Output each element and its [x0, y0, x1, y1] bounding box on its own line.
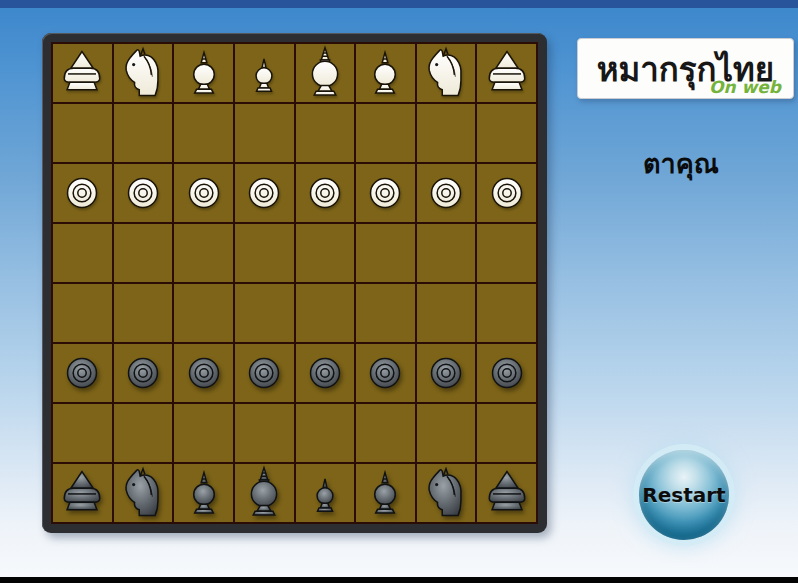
square-r2c5[interactable] [296, 104, 355, 162]
square-r8c6[interactable] [356, 464, 415, 522]
square-r1c2[interactable] [114, 44, 173, 102]
square-r3c2[interactable] [114, 164, 173, 222]
white-bia-piece [297, 165, 353, 221]
white-khon-piece [357, 45, 413, 101]
restart-button[interactable]: Restart [639, 450, 729, 540]
square-r8c3[interactable] [174, 464, 233, 522]
square-r1c1[interactable] [53, 44, 112, 102]
square-r2c6[interactable] [356, 104, 415, 162]
black-bia-piece [236, 345, 292, 401]
square-r8c2[interactable] [114, 464, 173, 522]
logo-subtitle: On web [709, 77, 781, 97]
black-khun-piece [236, 465, 292, 521]
square-r3c5[interactable] [296, 164, 355, 222]
square-r4c2[interactable] [114, 224, 173, 282]
white-bia-piece [479, 165, 535, 221]
square-r8c4[interactable] [235, 464, 294, 522]
square-r5c8[interactable] [477, 284, 536, 342]
square-r2c1[interactable] [53, 104, 112, 162]
white-knight-piece [418, 45, 474, 101]
square-r5c6[interactable] [356, 284, 415, 342]
square-r6c7[interactable] [417, 344, 476, 402]
square-r7c2[interactable] [114, 404, 173, 462]
square-r7c4[interactable] [235, 404, 294, 462]
square-r3c8[interactable] [477, 164, 536, 222]
white-met-piece [236, 45, 292, 101]
square-r1c7[interactable] [417, 44, 476, 102]
black-knight-piece [115, 465, 171, 521]
square-r4c3[interactable] [174, 224, 233, 282]
white-khon-piece [176, 45, 232, 101]
top-bar [0, 0, 798, 8]
white-khun-piece [297, 45, 353, 101]
square-r2c8[interactable] [477, 104, 536, 162]
square-r5c3[interactable] [174, 284, 233, 342]
square-r4c7[interactable] [417, 224, 476, 282]
square-r8c5[interactable] [296, 464, 355, 522]
square-r4c5[interactable] [296, 224, 355, 282]
white-bia-piece [418, 165, 474, 221]
white-boat-piece [479, 45, 535, 101]
square-r3c3[interactable] [174, 164, 233, 222]
bottom-bar [0, 577, 798, 583]
white-bia-piece [54, 165, 110, 221]
white-bia-piece [115, 165, 171, 221]
board-grid [51, 42, 538, 524]
square-r1c3[interactable] [174, 44, 233, 102]
restart-button-label: Restart [642, 483, 725, 507]
square-r5c4[interactable] [235, 284, 294, 342]
square-r4c6[interactable] [356, 224, 415, 282]
black-bia-piece [176, 345, 232, 401]
square-r5c5[interactable] [296, 284, 355, 342]
logo-box: หมากรุกไทย On web [577, 38, 794, 99]
square-r4c8[interactable] [477, 224, 536, 282]
square-r5c2[interactable] [114, 284, 173, 342]
square-r6c6[interactable] [356, 344, 415, 402]
white-bia-piece [236, 165, 292, 221]
square-r6c4[interactable] [235, 344, 294, 402]
black-boat-piece [479, 465, 535, 521]
black-knight-piece [418, 465, 474, 521]
white-bia-piece [357, 165, 413, 221]
square-r8c7[interactable] [417, 464, 476, 522]
square-r3c7[interactable] [417, 164, 476, 222]
square-r7c6[interactable] [356, 404, 415, 462]
square-r8c1[interactable] [53, 464, 112, 522]
square-r1c8[interactable] [477, 44, 536, 102]
black-bia-piece [418, 345, 474, 401]
square-r8c8[interactable] [477, 464, 536, 522]
black-bia-piece [297, 345, 353, 401]
square-r2c3[interactable] [174, 104, 233, 162]
white-bia-piece [176, 165, 232, 221]
square-r4c4[interactable] [235, 224, 294, 282]
black-khon-piece [357, 465, 413, 521]
square-r7c3[interactable] [174, 404, 233, 462]
square-r6c5[interactable] [296, 344, 355, 402]
white-knight-piece [115, 45, 171, 101]
black-bia-piece [479, 345, 535, 401]
square-r7c8[interactable] [477, 404, 536, 462]
square-r6c1[interactable] [53, 344, 112, 402]
square-r7c1[interactable] [53, 404, 112, 462]
square-r1c4[interactable] [235, 44, 294, 102]
square-r7c5[interactable] [296, 404, 355, 462]
square-r6c8[interactable] [477, 344, 536, 402]
square-r6c2[interactable] [114, 344, 173, 402]
white-boat-piece [54, 45, 110, 101]
square-r5c1[interactable] [53, 284, 112, 342]
black-khon-piece [176, 465, 232, 521]
square-r3c6[interactable] [356, 164, 415, 222]
square-r3c4[interactable] [235, 164, 294, 222]
black-bia-piece [54, 345, 110, 401]
square-r1c6[interactable] [356, 44, 415, 102]
square-r4c1[interactable] [53, 224, 112, 282]
square-r5c7[interactable] [417, 284, 476, 342]
black-met-piece [297, 465, 353, 521]
square-r2c2[interactable] [114, 104, 173, 162]
square-r2c7[interactable] [417, 104, 476, 162]
square-r3c1[interactable] [53, 164, 112, 222]
board-frame [42, 33, 547, 533]
black-bia-piece [357, 345, 413, 401]
square-r1c5[interactable] [296, 44, 355, 102]
square-r6c3[interactable] [174, 344, 233, 402]
black-bia-piece [115, 345, 171, 401]
square-r2c4[interactable] [235, 104, 294, 162]
black-boat-piece [54, 465, 110, 521]
turn-indicator: ตาคุณ [643, 142, 719, 185]
square-r7c7[interactable] [417, 404, 476, 462]
